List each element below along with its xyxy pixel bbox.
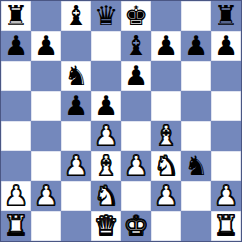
chess-board: ♜♝♛♚♜♟♟♝♟♟♟♞♟♟♟♟♝♟♝♟♞♞♟♟♞♟♟♜♛♚♜ <box>0 0 242 242</box>
square-a8[interactable]: ♜ <box>1 1 31 31</box>
square-b3[interactable] <box>31 151 61 181</box>
piece-white-pawn: ♟ <box>94 122 118 149</box>
square-h6[interactable] <box>211 61 241 91</box>
square-b2[interactable]: ♟ <box>31 181 61 211</box>
square-a4[interactable] <box>1 121 31 151</box>
square-f4[interactable]: ♝ <box>151 121 181 151</box>
piece-black-pawn: ♟ <box>34 32 58 59</box>
square-b5[interactable] <box>31 91 61 121</box>
square-g3[interactable]: ♞ <box>181 151 211 181</box>
piece-white-pawn: ♟ <box>64 152 88 179</box>
square-g2[interactable] <box>181 181 211 211</box>
square-d7[interactable] <box>91 31 121 61</box>
square-h7[interactable]: ♟ <box>211 31 241 61</box>
square-b8[interactable] <box>31 1 61 31</box>
square-a5[interactable] <box>1 91 31 121</box>
square-f1[interactable] <box>151 211 181 241</box>
square-h2[interactable]: ♟ <box>211 181 241 211</box>
piece-white-rook: ♜ <box>214 212 238 239</box>
piece-white-pawn: ♟ <box>34 182 58 209</box>
piece-white-knight: ♞ <box>154 152 178 179</box>
square-c2[interactable] <box>61 181 91 211</box>
square-e5[interactable] <box>121 91 151 121</box>
square-d8[interactable]: ♛ <box>91 1 121 31</box>
square-e2[interactable] <box>121 181 151 211</box>
square-d1[interactable]: ♛ <box>91 211 121 241</box>
square-c5[interactable]: ♟ <box>61 91 91 121</box>
square-c7[interactable] <box>61 31 91 61</box>
square-g8[interactable] <box>181 1 211 31</box>
square-e3[interactable]: ♟ <box>121 151 151 181</box>
piece-black-pawn: ♟ <box>94 92 118 119</box>
piece-white-pawn: ♟ <box>124 152 148 179</box>
square-d6[interactable] <box>91 61 121 91</box>
piece-black-pawn: ♟ <box>64 92 88 119</box>
square-a3[interactable] <box>1 151 31 181</box>
square-h4[interactable] <box>211 121 241 151</box>
square-f6[interactable] <box>151 61 181 91</box>
square-f7[interactable]: ♟ <box>151 31 181 61</box>
piece-black-rook: ♜ <box>4 2 28 29</box>
square-g1[interactable] <box>181 211 211 241</box>
square-c3[interactable]: ♟ <box>61 151 91 181</box>
piece-black-rook: ♜ <box>214 2 238 29</box>
square-b1[interactable] <box>31 211 61 241</box>
square-c6[interactable]: ♞ <box>61 61 91 91</box>
square-a1[interactable]: ♜ <box>1 211 31 241</box>
square-c8[interactable]: ♝ <box>61 1 91 31</box>
piece-white-pawn: ♟ <box>214 182 238 209</box>
piece-white-pawn: ♟ <box>4 182 28 209</box>
square-d5[interactable]: ♟ <box>91 91 121 121</box>
square-g6[interactable] <box>181 61 211 91</box>
square-g7[interactable]: ♟ <box>181 31 211 61</box>
square-c4[interactable] <box>61 121 91 151</box>
piece-black-pawn: ♟ <box>4 32 28 59</box>
piece-white-rook: ♜ <box>4 212 28 239</box>
square-h1[interactable]: ♜ <box>211 211 241 241</box>
square-d3[interactable]: ♝ <box>91 151 121 181</box>
square-g4[interactable] <box>181 121 211 151</box>
square-f2[interactable]: ♟ <box>151 181 181 211</box>
square-e4[interactable] <box>121 121 151 151</box>
square-a6[interactable] <box>1 61 31 91</box>
piece-black-pawn: ♟ <box>214 32 238 59</box>
piece-white-king: ♚ <box>124 212 148 239</box>
square-d2[interactable]: ♞ <box>91 181 121 211</box>
piece-white-knight: ♞ <box>94 182 118 209</box>
square-f3[interactable]: ♞ <box>151 151 181 181</box>
piece-black-pawn: ♟ <box>124 62 148 89</box>
square-e7[interactable]: ♝ <box>121 31 151 61</box>
piece-black-pawn: ♟ <box>184 32 208 59</box>
square-c1[interactable] <box>61 211 91 241</box>
square-b6[interactable] <box>31 61 61 91</box>
square-g5[interactable] <box>181 91 211 121</box>
piece-black-bishop: ♝ <box>64 2 88 29</box>
piece-white-bishop: ♝ <box>154 122 178 149</box>
square-h5[interactable] <box>211 91 241 121</box>
square-h8[interactable]: ♜ <box>211 1 241 31</box>
piece-black-pawn: ♟ <box>154 32 178 59</box>
square-b4[interactable] <box>31 121 61 151</box>
piece-black-knight: ♞ <box>184 152 208 179</box>
piece-white-queen: ♛ <box>94 212 118 239</box>
square-f8[interactable] <box>151 1 181 31</box>
square-e8[interactable]: ♚ <box>121 1 151 31</box>
square-e1[interactable]: ♚ <box>121 211 151 241</box>
piece-white-bishop: ♝ <box>94 152 118 179</box>
piece-black-king: ♚ <box>124 2 148 29</box>
square-h3[interactable] <box>211 151 241 181</box>
square-a2[interactable]: ♟ <box>1 181 31 211</box>
square-f5[interactable] <box>151 91 181 121</box>
square-e6[interactable]: ♟ <box>121 61 151 91</box>
square-a7[interactable]: ♟ <box>1 31 31 61</box>
square-b7[interactable]: ♟ <box>31 31 61 61</box>
piece-white-pawn: ♟ <box>154 182 178 209</box>
piece-black-queen: ♛ <box>94 2 118 29</box>
piece-black-bishop: ♝ <box>124 32 148 59</box>
piece-black-knight: ♞ <box>64 62 88 89</box>
square-d4[interactable]: ♟ <box>91 121 121 151</box>
